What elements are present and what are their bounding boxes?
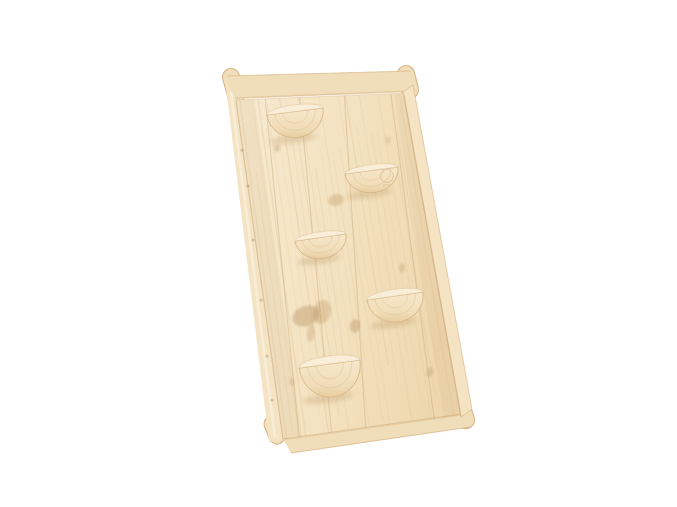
wood-knot <box>274 144 280 152</box>
rail-knot <box>259 298 262 301</box>
wood-knot <box>399 263 405 273</box>
rail-knot <box>251 238 254 241</box>
wood-knot <box>289 378 295 386</box>
wooden-climbing-ramp-image <box>0 0 677 507</box>
rail-knot <box>246 184 249 187</box>
rail-knot <box>265 354 268 357</box>
rail-knot <box>240 148 243 151</box>
wood-knot <box>385 136 391 144</box>
product-photo-stage <box>0 0 677 507</box>
rail-knot <box>270 398 273 401</box>
